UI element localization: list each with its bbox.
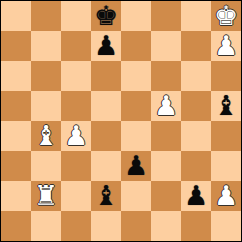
square-c5[interactable] — [61, 91, 91, 121]
square-b7[interactable] — [31, 31, 61, 61]
square-a2[interactable] — [1, 181, 31, 211]
square-b2[interactable]: ♜ — [31, 181, 61, 211]
black-bishop[interactable]: ♝ — [94, 181, 118, 211]
square-c4[interactable]: ♟ — [61, 121, 91, 151]
chess-board: ♚♚♟♟♟♝♝♟♟♜♝♟♟ — [0, 0, 242, 242]
square-d8[interactable]: ♚ — [91, 1, 121, 31]
square-f6[interactable] — [151, 61, 181, 91]
white-pawn[interactable]: ♟ — [64, 121, 88, 151]
white-bishop[interactable]: ♝ — [34, 121, 58, 151]
square-e4[interactable] — [121, 121, 151, 151]
square-h7[interactable]: ♟ — [211, 31, 241, 61]
black-pawn[interactable]: ♟ — [94, 31, 118, 61]
square-g2[interactable]: ♟ — [181, 181, 211, 211]
square-b3[interactable] — [31, 151, 61, 181]
square-d1[interactable] — [91, 211, 121, 241]
black-bishop[interactable]: ♝ — [214, 91, 238, 121]
square-d3[interactable] — [91, 151, 121, 181]
square-h1[interactable] — [211, 211, 241, 241]
square-f1[interactable] — [151, 211, 181, 241]
square-b4[interactable]: ♝ — [31, 121, 61, 151]
square-a4[interactable] — [1, 121, 31, 151]
white-pawn[interactable]: ♟ — [154, 91, 178, 121]
square-e2[interactable] — [121, 181, 151, 211]
square-e7[interactable] — [121, 31, 151, 61]
square-g8[interactable] — [181, 1, 211, 31]
square-d7[interactable]: ♟ — [91, 31, 121, 61]
square-f5[interactable]: ♟ — [151, 91, 181, 121]
square-a8[interactable] — [1, 1, 31, 31]
square-g3[interactable] — [181, 151, 211, 181]
square-e1[interactable] — [121, 211, 151, 241]
square-c3[interactable] — [61, 151, 91, 181]
square-d4[interactable] — [91, 121, 121, 151]
white-pawn[interactable]: ♟ — [214, 31, 238, 61]
square-a7[interactable] — [1, 31, 31, 61]
square-a6[interactable] — [1, 61, 31, 91]
white-rook[interactable]: ♜ — [34, 181, 58, 211]
square-h4[interactable] — [211, 121, 241, 151]
square-f4[interactable] — [151, 121, 181, 151]
square-g6[interactable] — [181, 61, 211, 91]
square-c8[interactable] — [61, 1, 91, 31]
square-e8[interactable] — [121, 1, 151, 31]
square-f2[interactable] — [151, 181, 181, 211]
square-f7[interactable] — [151, 31, 181, 61]
square-d5[interactable] — [91, 91, 121, 121]
square-c1[interactable] — [61, 211, 91, 241]
square-f8[interactable] — [151, 1, 181, 31]
square-a5[interactable] — [1, 91, 31, 121]
square-b6[interactable] — [31, 61, 61, 91]
square-e5[interactable] — [121, 91, 151, 121]
square-g4[interactable] — [181, 121, 211, 151]
square-b8[interactable] — [31, 1, 61, 31]
square-c2[interactable] — [61, 181, 91, 211]
white-king[interactable]: ♚ — [214, 1, 238, 31]
square-e6[interactable] — [121, 61, 151, 91]
square-e3[interactable]: ♟ — [121, 151, 151, 181]
square-h5[interactable]: ♝ — [211, 91, 241, 121]
square-g1[interactable] — [181, 211, 211, 241]
square-c6[interactable] — [61, 61, 91, 91]
white-pawn[interactable]: ♟ — [214, 181, 238, 211]
square-a3[interactable] — [1, 151, 31, 181]
square-h8[interactable]: ♚ — [211, 1, 241, 31]
square-d2[interactable]: ♝ — [91, 181, 121, 211]
square-c7[interactable] — [61, 31, 91, 61]
square-g7[interactable] — [181, 31, 211, 61]
black-pawn[interactable]: ♟ — [184, 181, 208, 211]
square-b5[interactable] — [31, 91, 61, 121]
square-g5[interactable] — [181, 91, 211, 121]
square-f3[interactable] — [151, 151, 181, 181]
square-b1[interactable] — [31, 211, 61, 241]
square-h3[interactable] — [211, 151, 241, 181]
black-king[interactable]: ♚ — [94, 1, 118, 31]
square-h6[interactable] — [211, 61, 241, 91]
square-a1[interactable] — [1, 211, 31, 241]
black-pawn[interactable]: ♟ — [124, 151, 148, 181]
square-d6[interactable] — [91, 61, 121, 91]
square-h2[interactable]: ♟ — [211, 181, 241, 211]
